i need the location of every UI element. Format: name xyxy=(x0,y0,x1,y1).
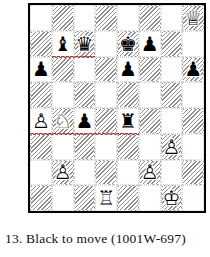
board-grid: ♛♕♝♛♚♟♟♟♟♟♙♞♘♟♜♟♙♟♙♟♙♜♖♚♔ xyxy=(30,5,204,211)
square-d8 xyxy=(95,5,117,31)
square-f1 xyxy=(139,185,161,211)
black-king: ♚ xyxy=(119,34,137,54)
black-rook: ♜ xyxy=(119,111,137,131)
square-c3 xyxy=(74,134,96,160)
square-h6: ♟ xyxy=(182,57,204,83)
square-c5 xyxy=(74,82,96,108)
square-a1 xyxy=(30,185,52,211)
white-pawn: ♟♙ xyxy=(162,137,180,157)
diagram-caption: 13. Black to move (1001W-697) xyxy=(5,231,186,247)
red-wavy-underline xyxy=(52,55,96,58)
square-g8 xyxy=(161,5,183,31)
square-e2 xyxy=(117,160,139,186)
black-pawn: ♟ xyxy=(119,59,137,79)
black-bishop: ♝ xyxy=(54,34,72,54)
square-d1: ♜♖ xyxy=(95,185,117,211)
square-f5 xyxy=(139,82,161,108)
square-f4 xyxy=(139,108,161,134)
white-pawn: ♟♙ xyxy=(32,111,50,131)
black-pawn: ♟ xyxy=(141,34,159,54)
square-g2 xyxy=(161,160,183,186)
red-wavy-underline xyxy=(30,132,139,135)
square-f8 xyxy=(139,5,161,31)
square-g6 xyxy=(161,57,183,83)
square-a8 xyxy=(30,5,52,31)
square-e8 xyxy=(117,5,139,31)
square-e1 xyxy=(117,185,139,211)
square-h2 xyxy=(182,160,204,186)
square-h5 xyxy=(182,82,204,108)
square-c4: ♟ xyxy=(74,108,96,134)
square-f7: ♟ xyxy=(139,31,161,57)
square-a6: ♟ xyxy=(30,57,52,83)
white-knight: ♞♘ xyxy=(54,111,72,131)
square-g7 xyxy=(161,31,183,57)
square-c8 xyxy=(74,5,96,31)
square-d4 xyxy=(95,108,117,134)
square-a4: ♟♙ xyxy=(30,108,52,134)
square-h4 xyxy=(182,108,204,134)
square-g1: ♚♔ xyxy=(161,185,183,211)
square-e5 xyxy=(117,82,139,108)
black-pawn: ♟ xyxy=(32,59,50,79)
square-g4 xyxy=(161,108,183,134)
square-b7: ♝ xyxy=(52,31,74,57)
white-king: ♚♔ xyxy=(162,188,180,208)
square-b1 xyxy=(52,185,74,211)
square-d2 xyxy=(95,160,117,186)
square-d5 xyxy=(95,82,117,108)
square-a3 xyxy=(30,134,52,160)
square-c6 xyxy=(74,57,96,83)
square-f2: ♟♙ xyxy=(139,160,161,186)
square-d6 xyxy=(95,57,117,83)
white-pawn: ♟♙ xyxy=(141,162,159,182)
square-c2 xyxy=(74,160,96,186)
black-queen: ♛ xyxy=(75,34,93,54)
square-b3 xyxy=(52,134,74,160)
square-b6 xyxy=(52,57,74,83)
square-h3 xyxy=(182,134,204,160)
black-pawn: ♟ xyxy=(184,59,202,79)
square-c7: ♛ xyxy=(74,31,96,57)
square-f6 xyxy=(139,57,161,83)
white-pawn: ♟♙ xyxy=(54,162,72,182)
square-e4: ♜ xyxy=(117,108,139,134)
square-h8: ♛♕ xyxy=(182,5,204,31)
square-g5 xyxy=(161,82,183,108)
white-queen: ♛♕ xyxy=(184,8,202,28)
square-e6: ♟ xyxy=(117,57,139,83)
square-b5 xyxy=(52,82,74,108)
square-f3 xyxy=(139,134,161,160)
square-a7 xyxy=(30,31,52,57)
black-pawn: ♟ xyxy=(75,111,93,131)
square-h7 xyxy=(182,31,204,57)
square-a5 xyxy=(30,82,52,108)
chess-board: ♛♕♝♛♚♟♟♟♟♟♙♞♘♟♜♟♙♟♙♟♙♜♖♚♔ xyxy=(28,3,206,213)
square-h1 xyxy=(182,185,204,211)
square-c1 xyxy=(74,185,96,211)
white-rook: ♜♖ xyxy=(97,188,115,208)
square-d3 xyxy=(95,134,117,160)
square-b4: ♞♘ xyxy=(52,108,74,134)
square-b8 xyxy=(52,5,74,31)
square-e7: ♚ xyxy=(117,31,139,57)
square-g3: ♟♙ xyxy=(161,134,183,160)
square-e3 xyxy=(117,134,139,160)
square-d7 xyxy=(95,31,117,57)
square-b2: ♟♙ xyxy=(52,160,74,186)
square-a2 xyxy=(30,160,52,186)
